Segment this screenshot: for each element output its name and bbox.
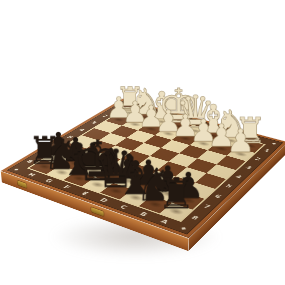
scene: HHGGFFEEDDCCBBAA1122334455667788◆◆◆◆ ♜♟♞… xyxy=(0,0,285,285)
rook-glyph: ♜ xyxy=(144,172,208,214)
brass-latch xyxy=(17,180,26,188)
brass-latch xyxy=(91,207,104,216)
chess-set-photo: HHGGFFEEDDCCBBAA1122334455667788◆◆◆◆ ♜♟♞… xyxy=(0,0,285,285)
pawn-glyph: ♟ xyxy=(213,124,269,156)
chess-board: HHGGFFEEDDCCBBAA1122334455667788◆◆◆◆ ♜♟♞… xyxy=(1,99,285,239)
